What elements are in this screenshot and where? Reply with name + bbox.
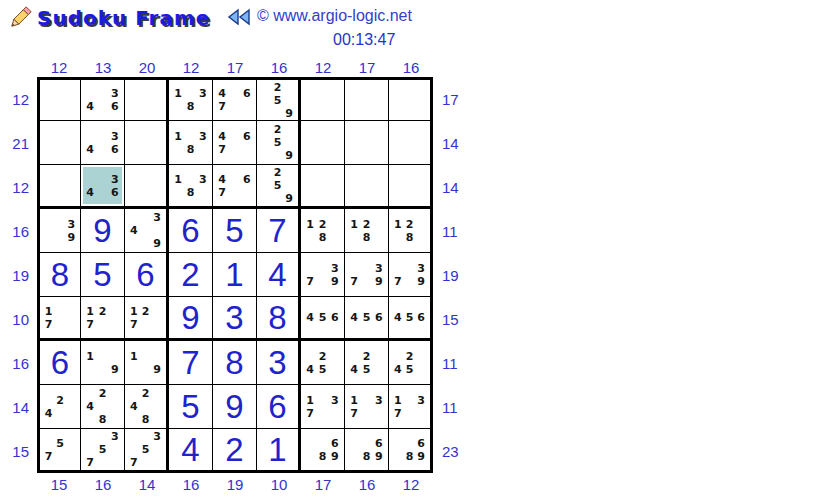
candidate-digit: 7 [84, 318, 96, 331]
candidate-digit [140, 363, 152, 376]
cell-r8c9[interactable]: 137 [389, 385, 433, 429]
candidate-digit: 3 [415, 394, 427, 407]
candidate-digit: 1 [172, 87, 184, 100]
candidate-digit: 9 [373, 275, 385, 288]
candidate-digit: 7 [43, 450, 54, 463]
cell-r9c8[interactable]: 689 [345, 429, 389, 473]
candidates: 24 [40, 385, 80, 428]
candidate-row: 4 [43, 407, 77, 420]
candidate-digit [373, 407, 385, 420]
candidate-digit [96, 430, 108, 443]
clue-right-3: 14 [433, 165, 467, 209]
cell-r8c5[interactable]: 9 [213, 385, 257, 429]
cell-r8c3[interactable]: 248 [125, 385, 169, 429]
candidates: 379 [301, 253, 344, 296]
cell-r8c7[interactable]: 137 [301, 385, 345, 429]
cell-r1c1[interactable] [37, 77, 81, 121]
cell-r4c7[interactable]: 128 [301, 209, 345, 253]
candidate-digit [151, 318, 163, 331]
cell-r6c1[interactable]: 17 [37, 297, 81, 341]
candidate-digit [172, 100, 184, 113]
candidate-digit: 2 [54, 394, 65, 407]
candidate-digit [260, 149, 272, 162]
cell-r7c9[interactable]: 245 [389, 341, 433, 385]
cell-r5c2[interactable]: 5 [81, 253, 125, 297]
candidate-digit: 5 [404, 311, 416, 324]
cell-r3c3[interactable] [125, 165, 169, 209]
clue-bottom-7: 17 [301, 473, 345, 493]
candidate-digit [329, 363, 341, 376]
candidate-digit: 2 [360, 218, 372, 231]
candidates: 248 [81, 385, 124, 428]
cell-r5c4[interactable]: 2 [169, 253, 213, 297]
cell-r3c2[interactable]: 346 [81, 165, 125, 209]
cell-r4c9[interactable]: 128 [389, 209, 433, 253]
candidates: 346 [81, 80, 124, 120]
cell-r3c4[interactable]: 138 [169, 165, 213, 209]
candidate-row: 8 [172, 186, 209, 199]
candidate-digit [151, 224, 163, 237]
cell-r5c9[interactable]: 379 [389, 253, 433, 297]
candidate-row: 456 [348, 311, 385, 324]
candidate-row: 7 [43, 450, 77, 463]
clue-bottom-8: 16 [345, 473, 389, 493]
candidate-row: 46 [216, 130, 253, 143]
cell-r2c5[interactable]: 467 [213, 121, 257, 165]
candidate-digit: 7 [216, 186, 228, 199]
cell-r1c4[interactable]: 138 [169, 77, 213, 121]
cell-r1c3[interactable] [125, 77, 169, 121]
candidate-digit [373, 363, 385, 376]
candidates: 19 [81, 341, 124, 384]
candidate-digit: 4 [392, 363, 404, 376]
cell-r5c7[interactable]: 379 [301, 253, 345, 297]
candidate-digit: 4 [84, 400, 96, 413]
candidate-digit [283, 123, 295, 136]
candidate-digit [84, 443, 96, 456]
candidate-digit: 2 [140, 387, 152, 400]
timer: 00:13:47 [333, 31, 395, 49]
big-digit: 5 [81, 253, 124, 296]
candidate-digit: 6 [109, 143, 121, 156]
candidates: 467 [213, 121, 256, 164]
candidate-row: 13 [348, 394, 385, 407]
cell-r7c2[interactable]: 19 [81, 341, 125, 385]
candidate-digit: 6 [415, 311, 427, 324]
candidate-digit: 5 [54, 437, 65, 450]
candidate-digit: 6 [109, 100, 121, 113]
cell-r1c7[interactable] [301, 77, 345, 121]
cell-r2c6[interactable]: 259 [257, 121, 301, 165]
cell-r3c6[interactable]: 259 [257, 165, 301, 209]
candidate-digit: 7 [216, 143, 228, 156]
candidate-digit [316, 275, 328, 288]
candidate-digit: 9 [373, 450, 385, 463]
cell-r4c2[interactable]: 9 [81, 209, 125, 253]
candidate-digit: 3 [151, 430, 163, 443]
cell-r2c7[interactable] [301, 121, 345, 165]
clue-left-1: 12 [7, 77, 37, 121]
candidate-row: 46 [84, 100, 121, 113]
candidate-digit: 2 [404, 218, 416, 231]
candidate-row: 46 [216, 87, 253, 100]
candidate-digit [404, 394, 416, 407]
candidates: 689 [345, 429, 388, 470]
cell-r1c8[interactable] [345, 77, 389, 121]
candidate-digit: 8 [96, 413, 108, 426]
candidate-row: 5 [260, 179, 295, 192]
candidates: 128 [301, 209, 344, 252]
cell-r8c8[interactable]: 137 [345, 385, 389, 429]
candidate-digit [172, 143, 184, 156]
candidates: 357 [81, 429, 124, 470]
candidate-digit [84, 87, 96, 100]
big-digit: 7 [169, 341, 212, 384]
candidate-digit [283, 166, 295, 179]
cell-r9c5[interactable]: 2 [213, 429, 257, 473]
candidate-digit [272, 107, 284, 120]
candidate-digit: 3 [373, 394, 385, 407]
candidate-digit: 6 [329, 311, 341, 324]
candidate-digit: 4 [304, 311, 316, 324]
candidate-digit [260, 81, 272, 94]
page-title: Sudoku Frame [37, 6, 210, 30]
cell-r3c5[interactable]: 467 [213, 165, 257, 209]
cell-r5c8[interactable]: 379 [345, 253, 389, 297]
candidate-digit [66, 407, 77, 420]
cell-r3c1[interactable] [37, 165, 81, 209]
candidate-row: 45 [304, 363, 341, 376]
candidates: 259 [257, 165, 298, 206]
candidate-digit: 8 [360, 231, 372, 244]
candidate-digit: 9 [329, 275, 341, 288]
big-digit: 3 [213, 297, 256, 338]
candidate-row: 5 [128, 443, 163, 456]
candidate-digit [415, 407, 427, 420]
candidates: 127 [81, 297, 124, 338]
candidate-digit: 1 [84, 305, 96, 318]
cell-r4c1[interactable]: 39 [37, 209, 81, 253]
candidate-digit: 4 [304, 363, 316, 376]
candidate-digit: 1 [128, 305, 140, 318]
candidate-digit [109, 443, 121, 456]
candidates: 689 [389, 429, 430, 470]
candidates: 245 [345, 341, 388, 384]
candidate-digit [54, 407, 65, 420]
rewind-icon[interactable] [227, 8, 251, 26]
cell-r4c3[interactable]: 349 [125, 209, 169, 253]
candidate-row: 3 [84, 130, 121, 143]
cell-r8c2[interactable]: 248 [81, 385, 125, 429]
candidate-digit: 2 [404, 350, 416, 363]
candidate-digit: 1 [172, 130, 184, 143]
cell-r9c2[interactable]: 357 [81, 429, 125, 473]
candidate-digit [151, 305, 163, 318]
cell-r7c3[interactable]: 19 [125, 341, 169, 385]
candidate-row: 2 [304, 350, 341, 363]
candidate-row: 4 [128, 400, 163, 413]
candidates: 137 [389, 385, 430, 428]
cell-r2c2[interactable]: 346 [81, 121, 125, 165]
candidate-row: 79 [348, 275, 385, 288]
candidate-digit [151, 456, 163, 469]
candidate-digit [128, 363, 140, 376]
cell-r7c6[interactable]: 3 [257, 341, 301, 385]
candidate-digit: 7 [128, 318, 140, 331]
candidate-digit: 9 [283, 107, 295, 120]
candidate-row: 6 [348, 437, 385, 450]
candidate-digit [260, 136, 272, 149]
candidate-digit: 5 [360, 363, 372, 376]
candidate-row: 12 [304, 218, 341, 231]
candidate-digit: 9 [283, 192, 295, 205]
candidate-digit [128, 413, 140, 426]
candidate-digit [415, 350, 427, 363]
cell-r9c9[interactable]: 689 [389, 429, 433, 473]
clue-right-1: 17 [433, 77, 467, 121]
cell-r7c7[interactable]: 245 [301, 341, 345, 385]
candidate-row: 79 [392, 275, 427, 288]
cell-r9c4[interactable]: 4 [169, 429, 213, 473]
candidate-row: 9 [43, 231, 77, 244]
cell-r2c8[interactable] [345, 121, 389, 165]
candidate-digit [43, 437, 54, 450]
candidate-row: 9 [260, 107, 295, 120]
candidate-digit: 5 [316, 311, 328, 324]
candidate-row: 2 [128, 387, 163, 400]
cell-r6c9[interactable]: 456 [389, 297, 433, 341]
candidates: 137 [345, 385, 388, 428]
candidates: 138 [169, 165, 212, 206]
candidate-digit: 9 [151, 363, 163, 376]
candidate-digit [151, 350, 163, 363]
candidate-digit [348, 450, 360, 463]
cell-r8c6[interactable]: 6 [257, 385, 301, 429]
candidate-digit: 1 [172, 173, 184, 186]
cell-r5c1[interactable]: 8 [37, 253, 81, 297]
candidate-digit [316, 394, 328, 407]
cell-r7c1[interactable]: 6 [37, 341, 81, 385]
cell-r9c3[interactable]: 357 [125, 429, 169, 473]
candidate-digit [151, 413, 163, 426]
candidate-row: 13 [392, 394, 427, 407]
candidate-row: 2 [43, 394, 77, 407]
cell-r3c7[interactable] [301, 165, 345, 209]
candidate-row: 7 [128, 318, 163, 331]
candidate-digit: 1 [348, 218, 360, 231]
cell-r1c2[interactable]: 346 [81, 77, 125, 121]
cell-r8c1[interactable]: 24 [37, 385, 81, 429]
cell-r1c6[interactable]: 259 [257, 77, 301, 121]
cell-r9c6[interactable]: 1 [257, 429, 301, 473]
cell-r4c5[interactable]: 5 [213, 209, 257, 253]
candidate-digit: 8 [316, 450, 328, 463]
candidate-digit [272, 149, 284, 162]
candidate-digit: 7 [128, 456, 140, 469]
candidate-digit: 1 [43, 305, 54, 318]
candidate-digit: 1 [304, 218, 316, 231]
candidate-digit [184, 130, 196, 143]
cell-r5c6[interactable]: 4 [257, 253, 301, 297]
cell-r7c4[interactable]: 7 [169, 341, 213, 385]
candidate-row: 3 [348, 262, 385, 275]
candidate-digit [151, 400, 163, 413]
candidate-digit: 2 [140, 305, 152, 318]
candidate-digit: 4 [84, 100, 96, 113]
candidate-row: 89 [392, 450, 427, 463]
candidate-digit: 4 [216, 87, 228, 100]
candidate-digit [415, 363, 427, 376]
candidate-digit [404, 407, 416, 420]
candidate-row: 3 [392, 262, 427, 275]
cell-r2c1[interactable] [37, 121, 81, 165]
clue-bottom-4: 16 [169, 473, 213, 493]
candidate-digit [241, 100, 253, 113]
cell-r4c6[interactable]: 7 [257, 209, 301, 253]
clue-top-8: 17 [345, 59, 389, 77]
cell-r2c4[interactable]: 138 [169, 121, 213, 165]
candidate-digit: 2 [272, 166, 284, 179]
cell-r1c5[interactable]: 467 [213, 77, 257, 121]
candidate-digit [43, 218, 54, 231]
candidate-digit: 2 [316, 350, 328, 363]
candidate-digit [260, 179, 272, 192]
candidate-row: 456 [392, 311, 427, 324]
candidate-row: 6 [392, 437, 427, 450]
candidate-row: 8 [128, 413, 163, 426]
cell-r6c7[interactable]: 456 [301, 297, 345, 341]
candidate-digit [329, 218, 341, 231]
candidates: 456 [301, 297, 344, 338]
candidate-digit: 7 [304, 275, 316, 288]
cell-r5c3[interactable]: 6 [125, 253, 169, 297]
candidate-digit [66, 437, 77, 450]
candidates: 17 [40, 297, 80, 338]
cell-r7c8[interactable]: 245 [345, 341, 389, 385]
candidate-digit: 3 [197, 87, 209, 100]
big-digit: 8 [40, 253, 80, 296]
candidate-digit [415, 231, 427, 244]
candidate-digit [373, 350, 385, 363]
candidate-digit [260, 123, 272, 136]
cell-r6c2[interactable]: 127 [81, 297, 125, 341]
cell-r4c4[interactable]: 6 [169, 209, 213, 253]
cell-r4c8[interactable]: 128 [345, 209, 389, 253]
candidate-row: 45 [392, 363, 427, 376]
candidate-row: 4 [128, 224, 163, 237]
candidates: 349 [125, 209, 166, 252]
big-digit: 3 [257, 341, 298, 384]
cell-r6c5[interactable]: 3 [213, 297, 257, 341]
candidates: 467 [213, 165, 256, 206]
candidate-digit [348, 350, 360, 363]
big-digit: 8 [213, 341, 256, 384]
candidate-digit: 3 [109, 130, 121, 143]
candidate-digit [360, 275, 372, 288]
sudoku-frame-window: Sudoku Frame © www.argio-logic.net 00:13… [0, 0, 819, 497]
candidate-row: 8 [304, 231, 341, 244]
cell-r9c1[interactable]: 57 [37, 429, 81, 473]
candidate-row: 9 [84, 363, 121, 376]
cell-r9c7[interactable]: 689 [301, 429, 345, 473]
candidate-digit: 9 [415, 450, 427, 463]
candidate-digit [304, 231, 316, 244]
candidate-digit [272, 192, 284, 205]
candidate-row: 12 [392, 218, 427, 231]
cell-r3c8[interactable] [345, 165, 389, 209]
candidate-digit [66, 450, 77, 463]
candidate-digit [392, 450, 404, 463]
candidate-digit: 9 [329, 450, 341, 463]
big-digit: 9 [81, 209, 124, 252]
cell-r6c8[interactable]: 456 [345, 297, 389, 341]
candidate-digit: 7 [216, 100, 228, 113]
candidate-row: 46 [84, 186, 121, 199]
candidate-digit [260, 166, 272, 179]
clue-top-7: 12 [301, 59, 345, 77]
big-digit: 6 [40, 341, 80, 384]
candidates: 128 [389, 209, 430, 252]
cell-r6c6[interactable]: 8 [257, 297, 301, 341]
cell-r3c9[interactable] [389, 165, 433, 209]
site-link[interactable]: © www.argio-logic.net [257, 7, 412, 25]
candidate-digit: 8 [404, 450, 416, 463]
candidate-digit [228, 186, 240, 199]
candidate-row: 7 [84, 318, 121, 331]
clue-right-4: 11 [433, 209, 467, 253]
cell-r5c5[interactable]: 1 [213, 253, 257, 297]
candidate-digit: 3 [329, 262, 341, 275]
candidate-digit [84, 387, 96, 400]
candidates: 689 [301, 429, 344, 470]
cell-r2c9[interactable] [389, 121, 433, 165]
candidate-row: 8 [172, 143, 209, 156]
candidate-digit: 3 [66, 218, 77, 231]
candidate-digit [283, 179, 295, 192]
big-digit: 5 [169, 385, 212, 428]
candidate-digit [140, 400, 152, 413]
candidate-digit [109, 400, 121, 413]
cell-r8c4[interactable]: 5 [169, 385, 213, 429]
candidate-digit [96, 87, 108, 100]
cell-r6c4[interactable]: 9 [169, 297, 213, 341]
candidate-digit: 7 [304, 407, 316, 420]
candidate-row: 5 [260, 136, 295, 149]
cell-r7c5[interactable]: 8 [213, 341, 257, 385]
clue-top-6: 16 [257, 59, 301, 77]
candidates: 245 [389, 341, 430, 384]
clue-left-5: 19 [7, 253, 37, 297]
candidate-digit [140, 211, 152, 224]
candidate-digit: 8 [316, 231, 328, 244]
candidate-row: 7 [304, 407, 341, 420]
candidate-digit [316, 407, 328, 420]
big-digit: 6 [169, 209, 212, 252]
cell-r6c3[interactable]: 127 [125, 297, 169, 341]
candidate-row: 2 [260, 81, 295, 94]
cell-r1c9[interactable] [389, 77, 433, 121]
candidate-digit [54, 305, 65, 318]
candidate-digit [283, 81, 295, 94]
cell-r2c3[interactable] [125, 121, 169, 165]
candidate-row: 1 [84, 350, 121, 363]
candidate-digit: 3 [415, 262, 427, 275]
candidate-row: 9 [260, 149, 295, 162]
candidate-digit [140, 224, 152, 237]
candidate-digit [128, 211, 140, 224]
candidate-digit [84, 130, 96, 143]
candidate-row: 45 [348, 363, 385, 376]
